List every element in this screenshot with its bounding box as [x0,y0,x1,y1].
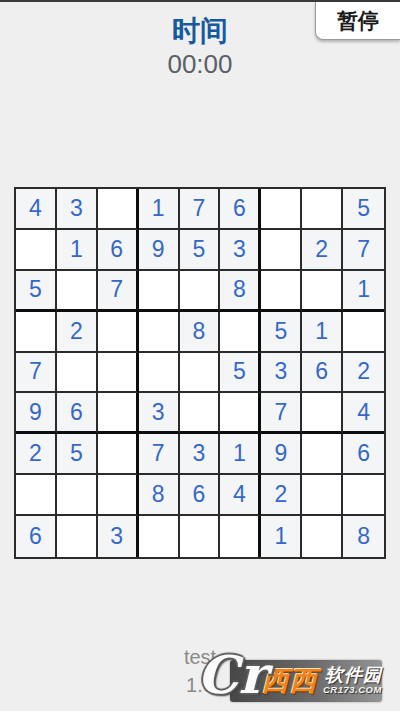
sudoku-cell-r4c9[interactable] [343,312,384,353]
sudoku-cell-r8c9[interactable] [343,475,384,516]
sudoku-cell-r9c9[interactable]: 8 [343,516,384,557]
watermark-text-column: 软件园 CR173.COM [323,666,382,695]
sudoku-cell-r5c4[interactable] [139,353,180,394]
sudoku-cell-r8c7[interactable]: 2 [261,475,302,516]
sudoku-cell-r9c7[interactable]: 1 [261,516,302,557]
sudoku-cell-r1c2[interactable]: 3 [57,189,98,230]
sudoku-cell-r3c4[interactable] [139,271,180,312]
sudoku-cell-r4c4[interactable] [139,312,180,353]
sudoku-cell-r8c4[interactable]: 8 [139,475,180,516]
sudoku-cell-r7c8[interactable] [302,434,343,475]
sudoku-cell-r5c2[interactable] [57,353,98,394]
sudoku-cell-r3c6[interactable]: 8 [220,271,261,312]
sudoku-cell-r6c3[interactable] [98,393,139,434]
sudoku-cell-r6c2[interactable]: 6 [57,393,98,434]
sudoku-cell-r8c2[interactable] [57,475,98,516]
sudoku-cell-r1c4[interactable]: 1 [139,189,180,230]
sudoku-cell-r2c3[interactable]: 6 [98,230,139,271]
sudoku-cell-r5c3[interactable] [98,353,139,394]
sudoku-cell-r1c9[interactable]: 5 [343,189,384,230]
sudoku-cell-r8c5[interactable]: 6 [180,475,221,516]
sudoku-cell-r4c8[interactable]: 1 [302,312,343,353]
sudoku-cell-r7c2[interactable]: 5 [57,434,98,475]
sudoku-cell-r1c1[interactable]: 4 [16,189,57,230]
sudoku-cell-r5c8[interactable]: 6 [302,353,343,394]
sudoku-cell-r9c6[interactable] [220,516,261,557]
sudoku-cell-r2c2[interactable]: 1 [57,230,98,271]
sudoku-cell-r3c8[interactable] [302,271,343,312]
watermark-badge: Cr 西西 软件园 CR173.COM [230,660,382,702]
sudoku-cell-r7c6[interactable]: 1 [220,434,261,475]
sudoku-cell-r1c6[interactable]: 6 [220,189,261,230]
sudoku-cell-r4c7[interactable]: 5 [261,312,302,353]
sudoku-cell-r7c4[interactable]: 7 [139,434,180,475]
sudoku-cell-r1c8[interactable] [302,189,343,230]
sudoku-cell-r5c1[interactable]: 7 [16,353,57,394]
sudoku-cell-r5c9[interactable]: 2 [343,353,384,394]
sudoku-cell-r3c1[interactable]: 5 [16,271,57,312]
watermark-cr-logo: Cr [197,649,266,701]
sudoku-cell-r2c1[interactable] [16,230,57,271]
sudoku-cell-r3c2[interactable] [57,271,98,312]
watermark-brand-text: 西西 [262,663,318,699]
sudoku-cell-r7c7[interactable]: 9 [261,434,302,475]
sudoku-cell-r8c6[interactable]: 4 [220,475,261,516]
sudoku-cell-r4c3[interactable] [98,312,139,353]
sudoku-board: 4317651695327578128517536296374257319686… [14,187,386,559]
sudoku-cell-r5c7[interactable]: 3 [261,353,302,394]
sudoku-cell-r6c1[interactable]: 9 [16,393,57,434]
pause-button[interactable]: 暂停 [315,2,400,40]
sudoku-cell-r4c1[interactable] [16,312,57,353]
sudoku-cell-r2c4[interactable]: 9 [139,230,180,271]
sudoku-cell-r2c9[interactable]: 7 [343,230,384,271]
sudoku-cell-r4c5[interactable]: 8 [180,312,221,353]
sudoku-cell-r7c1[interactable]: 2 [16,434,57,475]
sudoku-cell-r3c9[interactable]: 1 [343,271,384,312]
sudoku-cell-r6c5[interactable] [180,393,221,434]
sudoku-cell-r2c5[interactable]: 5 [180,230,221,271]
sudoku-cell-r6c7[interactable]: 7 [261,393,302,434]
sudoku-cell-r7c3[interactable] [98,434,139,475]
sudoku-app-screen: 时间 00:00 暂停 4317651695327578128517536296… [0,0,400,711]
sudoku-cell-r9c2[interactable] [57,516,98,557]
watermark-brand-suffix: 软件园 [325,666,382,685]
timer-value: 00:00 [0,49,400,80]
sudoku-cell-r2c7[interactable] [261,230,302,271]
sudoku-cell-r8c3[interactable] [98,475,139,516]
sudoku-cell-r2c6[interactable]: 3 [220,230,261,271]
sudoku-cell-r3c3[interactable]: 7 [98,271,139,312]
sudoku-cell-r6c8[interactable] [302,393,343,434]
sudoku-cell-r9c1[interactable]: 6 [16,516,57,557]
sudoku-cell-r1c3[interactable] [98,189,139,230]
pause-button-label: 暂停 [337,7,379,35]
sudoku-cell-r6c4[interactable]: 3 [139,393,180,434]
sudoku-cell-r9c5[interactable] [180,516,221,557]
sudoku-cell-r5c6[interactable]: 5 [220,353,261,394]
sudoku-cell-r6c6[interactable] [220,393,261,434]
sudoku-cell-r8c8[interactable] [302,475,343,516]
sudoku-cell-r5c5[interactable] [180,353,221,394]
sudoku-cell-r6c9[interactable]: 4 [343,393,384,434]
sudoku-cell-r7c9[interactable]: 6 [343,434,384,475]
sudoku-cell-r9c8[interactable] [302,516,343,557]
sudoku-cell-r4c6[interactable] [220,312,261,353]
sudoku-cell-r1c7[interactable] [261,189,302,230]
sudoku-cell-r4c2[interactable]: 2 [57,312,98,353]
sudoku-cell-r3c5[interactable] [180,271,221,312]
sudoku-cell-r1c5[interactable]: 7 [180,189,221,230]
sudoku-cell-r3c7[interactable] [261,271,302,312]
sudoku-cell-r8c1[interactable] [16,475,57,516]
sudoku-cell-r2c8[interactable]: 2 [302,230,343,271]
sudoku-cell-r9c3[interactable]: 3 [98,516,139,557]
sudoku-cell-r7c5[interactable]: 3 [180,434,221,475]
watermark-site-url: CR173.COM [323,685,382,695]
sudoku-cell-r9c4[interactable] [139,516,180,557]
